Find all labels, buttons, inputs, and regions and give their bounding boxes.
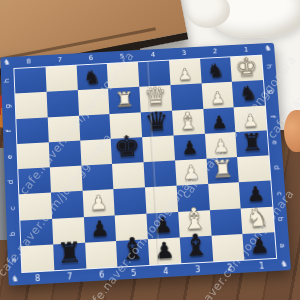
board-grid: ♞♟♞♚♜♛♟♞♛♝♟♟♚♟♟♜♟♜♟♟♟♟♝♞♜♝♟♝♟: [13, 55, 277, 273]
coordinate-label: b: [9, 232, 17, 237]
coordinate-label: c: [8, 206, 16, 210]
square-b2[interactable]: [209, 208, 242, 235]
piece-white-pawn[interactable]: ♟: [212, 138, 230, 156]
square-g6[interactable]: [77, 89, 109, 116]
piece-white-pawn[interactable]: ♟: [242, 112, 259, 129]
coordinate-label: 3: [195, 265, 201, 274]
coordinate-label: c: [275, 191, 283, 195]
coordinate-label: f: [5, 130, 13, 133]
square-a5[interactable]: ♝: [116, 239, 149, 267]
square-e4[interactable]: [142, 135, 175, 162]
piece-white-pawn[interactable]: ♟: [210, 89, 226, 105]
scene: 87654321 87654321 hgfedcba hgfedcba ♞ ♞ …: [0, 0, 300, 300]
coordinate-label: h: [265, 64, 273, 69]
square-c2[interactable]: [208, 182, 241, 209]
coordinate-label: 4: [163, 266, 169, 275]
square-f7[interactable]: [47, 115, 79, 142]
coordinate-label: 7: [67, 272, 73, 281]
square-g8[interactable]: [15, 92, 47, 119]
piece-black-pawn[interactable]: ♟: [154, 240, 175, 262]
square-d5[interactable]: [112, 162, 145, 189]
coordinate-label: e: [271, 140, 279, 145]
coordinate-label: e: [6, 154, 14, 159]
square-h1[interactable]: ♚: [230, 56, 263, 82]
square-d3[interactable]: ♟: [175, 159, 208, 186]
square-b4[interactable]: ♟: [146, 211, 179, 239]
square-a1[interactable]: ♟: [243, 232, 276, 260]
square-h3[interactable]: ♟: [169, 59, 201, 85]
square-d7[interactable]: [50, 166, 83, 193]
piece-white-king[interactable]: ♚: [235, 55, 259, 79]
coordinate-label: 5: [120, 53, 125, 61]
square-e1[interactable]: ♜: [236, 130, 269, 157]
coordinate-label: 8: [35, 274, 40, 283]
piece-white-rook[interactable]: ♜: [211, 157, 235, 181]
coordinate-label: h: [4, 79, 12, 84]
coordinate-label: 6: [99, 270, 105, 279]
square-c7[interactable]: [51, 191, 84, 218]
piece-black-bishop[interactable]: ♝: [181, 230, 210, 260]
square-d1[interactable]: [237, 155, 270, 182]
square-g5[interactable]: ♜: [108, 87, 140, 114]
square-d6[interactable]: [81, 164, 114, 191]
square-e6[interactable]: [80, 139, 113, 166]
square-e5[interactable]: ♚: [111, 137, 144, 164]
piece-black-pawn[interactable]: ♟: [181, 139, 199, 157]
coordinate-label: g: [267, 89, 275, 94]
square-c6[interactable]: ♟: [82, 189, 115, 216]
square-g2[interactable]: ♟: [201, 82, 234, 109]
board-border: 87654321 87654321 hgfedcba hgfedcba ♞ ♞ …: [0, 43, 291, 286]
piece-black-knight[interactable]: ♞: [239, 84, 259, 104]
piece-white-bishop[interactable]: ♝: [176, 109, 199, 133]
piece-white-rook[interactable]: ♜: [114, 90, 134, 111]
coordinate-label: 3: [182, 49, 187, 57]
coordinate-label: f: [269, 115, 277, 118]
piece-black-pawn[interactable]: ♟: [153, 215, 173, 236]
coordinate-label: 2: [213, 48, 218, 56]
coordinate-label: d: [7, 180, 15, 185]
square-c4[interactable]: [145, 186, 178, 213]
square-e3[interactable]: ♟: [173, 134, 206, 161]
square-f6[interactable]: [79, 114, 111, 141]
square-a8[interactable]: [21, 244, 54, 272]
square-b6[interactable]: ♟: [83, 215, 116, 243]
square-d4[interactable]: [144, 160, 177, 187]
square-h5[interactable]: [107, 62, 139, 88]
piece-black-queen[interactable]: ♛: [144, 108, 170, 134]
piece-black-king[interactable]: ♚: [113, 133, 141, 162]
piece-black-bishop[interactable]: ♝: [118, 234, 147, 264]
piece-black-knight[interactable]: ♞: [207, 62, 225, 81]
square-f4[interactable]: ♛: [141, 110, 174, 137]
square-a6[interactable]: [85, 241, 118, 269]
coordinate-label: 6: [89, 54, 94, 62]
square-h2[interactable]: ♞: [200, 57, 233, 83]
piece-white-pawn[interactable]: ♟: [178, 67, 193, 82]
square-h8[interactable]: [14, 67, 46, 93]
piece-white-knight[interactable]: ♞: [245, 205, 270, 230]
square-h6[interactable]: ♞: [76, 64, 108, 90]
square-c5[interactable]: [114, 188, 147, 215]
square-e7[interactable]: [49, 140, 81, 167]
square-d8[interactable]: [18, 167, 50, 194]
square-a3[interactable]: ♝: [179, 235, 212, 263]
square-b1[interactable]: ♞: [241, 206, 274, 233]
chess-board: 87654321 87654321 hgfedcba hgfedcba ♞ ♞ …: [0, 43, 291, 286]
square-a2[interactable]: [211, 234, 244, 262]
piece-white-pawn[interactable]: ♟: [182, 164, 201, 183]
square-e8[interactable]: [17, 142, 49, 169]
corner-knight-logo-icon: ♞: [8, 273, 21, 286]
coordinate-label: 2: [227, 263, 233, 272]
square-a7[interactable]: ♜: [53, 242, 86, 270]
square-g1[interactable]: ♞: [232, 80, 265, 107]
square-g7[interactable]: [46, 90, 78, 117]
square-f3[interactable]: ♝: [172, 109, 205, 136]
piece-white-pawn[interactable]: ♟: [89, 194, 108, 214]
coordinate-label: 7: [57, 56, 62, 64]
plush-towel: [212, 0, 300, 38]
coordinate-label: d: [273, 165, 281, 170]
piece-black-rook[interactable]: ♜: [241, 131, 264, 154]
coordinate-label: 8: [26, 58, 31, 66]
square-a4[interactable]: ♟: [148, 237, 181, 265]
square-d2[interactable]: ♜: [206, 157, 239, 184]
square-f1[interactable]: ♟: [234, 105, 267, 132]
piece-black-rook[interactable]: ♜: [56, 240, 82, 268]
coordinate-label: a: [10, 258, 18, 263]
square-c8[interactable]: [19, 193, 52, 220]
corner-knight-logo-icon: ♞: [261, 43, 274, 55]
square-f8[interactable]: [16, 117, 48, 144]
coordinate-label: b: [277, 217, 285, 222]
corner-knight-logo-icon: ♞: [0, 57, 13, 69]
piece-black-pawn[interactable]: ♟: [249, 235, 270, 257]
coordinate-label: 5: [131, 268, 137, 277]
coordinate-label: 1: [259, 261, 265, 270]
square-h7[interactable]: [45, 66, 77, 92]
piece-black-pawn[interactable]: ♟: [211, 113, 228, 130]
square-b8[interactable]: [20, 218, 53, 246]
piece-black-pawn[interactable]: ♟: [90, 218, 110, 239]
piece-black-knight[interactable]: ♞: [83, 69, 101, 88]
square-f2[interactable]: ♟: [203, 107, 236, 134]
corner-knight-logo-icon: ♞: [277, 258, 291, 271]
coordinate-label: 4: [151, 51, 156, 59]
coordinate-label: a: [279, 243, 287, 248]
coordinate-label: g: [4, 104, 12, 109]
